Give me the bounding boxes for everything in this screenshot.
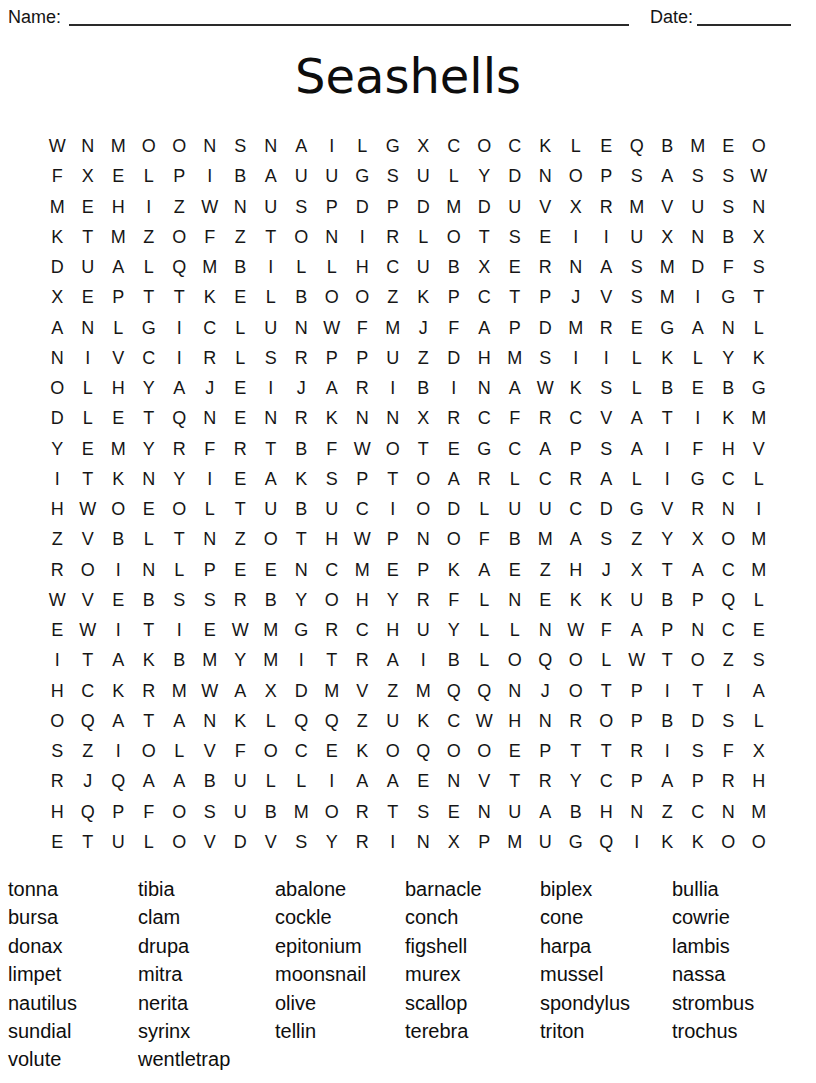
grid-cell[interactable]: R	[42, 766, 73, 796]
grid-cell[interactable]: L	[286, 252, 317, 282]
grid-cell[interactable]: O	[744, 131, 775, 161]
grid-cell[interactable]: Y	[225, 645, 256, 675]
grid-cell[interactable]: I	[683, 282, 714, 312]
grid-cell[interactable]: T	[225, 494, 256, 524]
grid-cell[interactable]: J	[195, 373, 226, 403]
grid-cell[interactable]: O	[317, 282, 348, 312]
grid-cell[interactable]: D	[500, 161, 531, 191]
grid-cell[interactable]: Q	[164, 403, 195, 433]
grid-cell[interactable]: U	[683, 192, 714, 222]
grid-cell[interactable]: O	[378, 434, 409, 464]
grid-cell[interactable]: R	[286, 343, 317, 373]
grid-cell[interactable]: A	[652, 161, 683, 191]
grid-cell[interactable]: S	[286, 827, 317, 857]
grid-cell[interactable]: E	[500, 736, 531, 766]
grid-cell[interactable]: T	[286, 524, 317, 554]
grid-cell[interactable]: G	[744, 373, 775, 403]
grid-cell[interactable]: P	[378, 524, 409, 554]
grid-cell[interactable]: W	[347, 434, 378, 464]
grid-cell[interactable]: V	[652, 494, 683, 524]
grid-cell[interactable]: Y	[164, 464, 195, 494]
grid-cell[interactable]: S	[591, 524, 622, 554]
grid-cell[interactable]: K	[652, 343, 683, 373]
grid-cell[interactable]: C	[469, 282, 500, 312]
grid-cell[interactable]: P	[622, 676, 653, 706]
grid-cell[interactable]: A	[42, 313, 73, 343]
grid-cell[interactable]: N	[622, 797, 653, 827]
grid-cell[interactable]: L	[256, 282, 287, 312]
grid-cell[interactable]: O	[164, 494, 195, 524]
grid-cell[interactable]: N	[195, 131, 226, 161]
grid-cell[interactable]: M	[408, 676, 439, 706]
grid-cell[interactable]: E	[317, 736, 348, 766]
grid-cell[interactable]: U	[622, 222, 653, 252]
grid-cell[interactable]: Q	[622, 131, 653, 161]
grid-cell[interactable]: K	[317, 403, 348, 433]
grid-cell[interactable]: Z	[42, 524, 73, 554]
grid-cell[interactable]: M	[744, 797, 775, 827]
grid-cell[interactable]: F	[713, 252, 744, 282]
grid-cell[interactable]: D	[591, 494, 622, 524]
grid-cell[interactable]: M	[500, 343, 531, 373]
grid-cell[interactable]: E	[591, 131, 622, 161]
grid-cell[interactable]: I	[622, 827, 653, 857]
grid-cell[interactable]: E	[225, 373, 256, 403]
grid-cell[interactable]: N	[713, 313, 744, 343]
grid-cell[interactable]: M	[500, 827, 531, 857]
grid-cell[interactable]: F	[439, 313, 470, 343]
grid-cell[interactable]: A	[469, 555, 500, 585]
grid-cell[interactable]: O	[317, 585, 348, 615]
grid-cell[interactable]: B	[713, 373, 744, 403]
grid-cell[interactable]: R	[347, 645, 378, 675]
grid-cell[interactable]: D	[42, 252, 73, 282]
grid-cell[interactable]: A	[164, 373, 195, 403]
grid-cell[interactable]: F	[317, 434, 348, 464]
grid-cell[interactable]: Y	[439, 615, 470, 645]
grid-cell[interactable]: C	[591, 766, 622, 796]
grid-cell[interactable]: B	[134, 585, 165, 615]
grid-cell[interactable]: J	[591, 555, 622, 585]
grid-cell[interactable]: A	[622, 615, 653, 645]
grid-cell[interactable]: M	[439, 192, 470, 222]
grid-cell[interactable]: C	[439, 131, 470, 161]
grid-cell[interactable]: C	[561, 403, 592, 433]
grid-cell[interactable]: S	[195, 797, 226, 827]
grid-cell[interactable]: L	[164, 736, 195, 766]
grid-cell[interactable]: S	[713, 161, 744, 191]
grid-cell[interactable]: U	[317, 494, 348, 524]
grid-cell[interactable]: C	[561, 494, 592, 524]
grid-cell[interactable]: O	[561, 676, 592, 706]
grid-cell[interactable]: N	[439, 766, 470, 796]
grid-cell[interactable]: N	[744, 192, 775, 222]
grid-cell[interactable]: I	[408, 645, 439, 675]
grid-cell[interactable]: O	[744, 827, 775, 857]
grid-cell[interactable]: V	[256, 827, 287, 857]
grid-cell[interactable]: D	[530, 313, 561, 343]
grid-cell[interactable]: A	[317, 373, 348, 403]
grid-cell[interactable]: L	[286, 766, 317, 796]
grid-cell[interactable]: U	[500, 797, 531, 827]
grid-cell[interactable]: I	[561, 222, 592, 252]
grid-cell[interactable]: B	[195, 766, 226, 796]
grid-cell[interactable]: H	[561, 555, 592, 585]
grid-cell[interactable]: A	[103, 645, 134, 675]
grid-cell[interactable]: A	[744, 676, 775, 706]
grid-cell[interactable]: N	[500, 585, 531, 615]
grid-cell[interactable]: R	[42, 555, 73, 585]
grid-cell[interactable]: U	[622, 585, 653, 615]
grid-cell[interactable]: B	[500, 524, 531, 554]
grid-cell[interactable]: U	[256, 313, 287, 343]
grid-cell[interactable]: K	[744, 343, 775, 373]
grid-cell[interactable]: D	[439, 343, 470, 373]
grid-cell[interactable]: S	[225, 131, 256, 161]
grid-cell[interactable]: E	[378, 555, 409, 585]
grid-cell[interactable]: M	[744, 555, 775, 585]
grid-cell[interactable]: R	[469, 464, 500, 494]
grid-cell[interactable]: X	[256, 676, 287, 706]
grid-cell[interactable]: L	[195, 494, 226, 524]
grid-cell[interactable]: H	[591, 797, 622, 827]
grid-cell[interactable]: H	[103, 373, 134, 403]
grid-cell[interactable]: R	[530, 766, 561, 796]
grid-cell[interactable]: R	[530, 403, 561, 433]
grid-cell[interactable]: E	[530, 222, 561, 252]
grid-cell[interactable]: I	[652, 736, 683, 766]
grid-cell[interactable]: R	[286, 403, 317, 433]
grid-cell[interactable]: F	[134, 797, 165, 827]
grid-cell[interactable]: R	[347, 797, 378, 827]
grid-cell[interactable]: E	[622, 313, 653, 343]
grid-cell[interactable]: S	[744, 645, 775, 675]
grid-cell[interactable]: A	[622, 403, 653, 433]
grid-cell[interactable]: Z	[73, 736, 104, 766]
grid-cell[interactable]: H	[500, 706, 531, 736]
grid-cell[interactable]: I	[347, 222, 378, 252]
grid-cell[interactable]: V	[469, 766, 500, 796]
grid-cell[interactable]: R	[683, 494, 714, 524]
grid-cell[interactable]: T	[408, 434, 439, 464]
grid-cell[interactable]: K	[713, 403, 744, 433]
grid-cell[interactable]: B	[713, 222, 744, 252]
grid-cell[interactable]: T	[134, 615, 165, 645]
grid-cell[interactable]: O	[439, 736, 470, 766]
grid-cell[interactable]: R	[225, 434, 256, 464]
grid-cell[interactable]: B	[439, 252, 470, 282]
grid-cell[interactable]: P	[164, 161, 195, 191]
grid-cell[interactable]: T	[378, 797, 409, 827]
grid-cell[interactable]: E	[439, 797, 470, 827]
grid-cell[interactable]: O	[42, 706, 73, 736]
grid-cell[interactable]: Y	[713, 343, 744, 373]
grid-cell[interactable]: O	[713, 827, 744, 857]
grid-cell[interactable]: N	[195, 706, 226, 736]
grid-cell[interactable]: R	[622, 736, 653, 766]
grid-cell[interactable]: T	[164, 524, 195, 554]
grid-cell[interactable]: T	[744, 282, 775, 312]
grid-cell[interactable]: S	[317, 464, 348, 494]
grid-cell[interactable]: P	[622, 766, 653, 796]
grid-cell[interactable]: U	[256, 192, 287, 222]
grid-cell[interactable]: A	[652, 766, 683, 796]
grid-cell[interactable]: N	[256, 131, 287, 161]
grid-cell[interactable]: Y	[317, 827, 348, 857]
grid-cell[interactable]: W	[225, 615, 256, 645]
grid-cell[interactable]: M	[103, 131, 134, 161]
grid-cell[interactable]: N	[134, 464, 165, 494]
grid-cell[interactable]: Q	[73, 797, 104, 827]
grid-cell[interactable]: E	[225, 282, 256, 312]
grid-cell[interactable]: B	[103, 524, 134, 554]
grid-cell[interactable]: C	[317, 555, 348, 585]
grid-cell[interactable]: I	[439, 373, 470, 403]
grid-cell[interactable]: R	[713, 766, 744, 796]
grid-cell[interactable]: N	[561, 252, 592, 282]
grid-cell[interactable]: M	[744, 403, 775, 433]
grid-cell[interactable]: X	[42, 282, 73, 312]
grid-cell[interactable]: D	[225, 827, 256, 857]
grid-cell[interactable]: K	[561, 585, 592, 615]
grid-cell[interactable]: L	[469, 615, 500, 645]
grid-cell[interactable]: U	[225, 797, 256, 827]
grid-cell[interactable]: M	[378, 313, 409, 343]
grid-cell[interactable]: N	[530, 161, 561, 191]
grid-cell[interactable]: T	[683, 676, 714, 706]
grid-cell[interactable]: L	[134, 827, 165, 857]
grid-cell[interactable]: I	[652, 464, 683, 494]
grid-cell[interactable]: V	[347, 676, 378, 706]
grid-cell[interactable]: U	[317, 161, 348, 191]
grid-cell[interactable]: A	[347, 766, 378, 796]
grid-cell[interactable]: Z	[652, 797, 683, 827]
grid-cell[interactable]: H	[42, 676, 73, 706]
grid-cell[interactable]: Q	[73, 706, 104, 736]
grid-cell[interactable]: B	[256, 585, 287, 615]
grid-cell[interactable]: V	[591, 282, 622, 312]
grid-cell[interactable]: P	[347, 464, 378, 494]
grid-cell[interactable]: D	[683, 252, 714, 282]
grid-cell[interactable]: A	[134, 766, 165, 796]
grid-cell[interactable]: Y	[286, 585, 317, 615]
grid-cell[interactable]: H	[42, 797, 73, 827]
grid-cell[interactable]: P	[378, 192, 409, 222]
grid-cell[interactable]: S	[622, 282, 653, 312]
grid-cell[interactable]: N	[713, 797, 744, 827]
grid-cell[interactable]: S	[256, 343, 287, 373]
grid-cell[interactable]: F	[42, 161, 73, 191]
grid-cell[interactable]: F	[469, 524, 500, 554]
grid-cell[interactable]: X	[408, 131, 439, 161]
grid-cell[interactable]: T	[500, 282, 531, 312]
grid-cell[interactable]: E	[744, 615, 775, 645]
grid-cell[interactable]: Z	[622, 524, 653, 554]
grid-cell[interactable]: N	[408, 524, 439, 554]
grid-cell[interactable]: B	[225, 161, 256, 191]
grid-cell[interactable]: M	[683, 131, 714, 161]
grid-cell[interactable]: V	[652, 192, 683, 222]
grid-cell[interactable]: U	[500, 494, 531, 524]
grid-cell[interactable]: E	[225, 464, 256, 494]
grid-cell[interactable]: P	[347, 343, 378, 373]
grid-cell[interactable]: A	[378, 766, 409, 796]
grid-cell[interactable]: E	[42, 827, 73, 857]
grid-cell[interactable]: T	[591, 676, 622, 706]
grid-cell[interactable]: I	[378, 494, 409, 524]
grid-cell[interactable]: M	[286, 797, 317, 827]
grid-cell[interactable]: R	[561, 464, 592, 494]
grid-cell[interactable]: S	[286, 192, 317, 222]
grid-cell[interactable]: P	[683, 766, 714, 796]
grid-cell[interactable]: F	[225, 736, 256, 766]
grid-cell[interactable]: E	[225, 403, 256, 433]
grid-cell[interactable]: B	[286, 434, 317, 464]
grid-cell[interactable]: Q	[408, 736, 439, 766]
grid-cell[interactable]: T	[317, 645, 348, 675]
grid-cell[interactable]: K	[530, 131, 561, 161]
grid-cell[interactable]: Q	[164, 252, 195, 282]
grid-cell[interactable]: U	[103, 827, 134, 857]
grid-cell[interactable]: L	[744, 464, 775, 494]
grid-cell[interactable]: W	[530, 373, 561, 403]
grid-cell[interactable]: I	[683, 403, 714, 433]
grid-cell[interactable]: E	[73, 282, 104, 312]
grid-cell[interactable]: T	[652, 403, 683, 433]
grid-cell[interactable]: L	[225, 343, 256, 373]
grid-cell[interactable]: L	[683, 343, 714, 373]
grid-cell[interactable]: W	[195, 676, 226, 706]
grid-cell[interactable]: N	[408, 827, 439, 857]
grid-cell[interactable]: C	[469, 403, 500, 433]
grid-cell[interactable]: R	[347, 373, 378, 403]
grid-cell[interactable]: L	[561, 131, 592, 161]
grid-cell[interactable]: O	[134, 736, 165, 766]
grid-cell[interactable]: I	[652, 434, 683, 464]
grid-cell[interactable]: F	[683, 434, 714, 464]
grid-cell[interactable]: N	[195, 524, 226, 554]
grid-cell[interactable]: X	[744, 736, 775, 766]
grid-cell[interactable]: H	[347, 252, 378, 282]
grid-cell[interactable]: N	[378, 403, 409, 433]
grid-cell[interactable]: I	[73, 343, 104, 373]
grid-cell[interactable]: Z	[530, 555, 561, 585]
grid-cell[interactable]: M	[195, 252, 226, 282]
grid-cell[interactable]: Z	[225, 524, 256, 554]
grid-cell[interactable]: L	[347, 131, 378, 161]
grid-cell[interactable]: A	[683, 313, 714, 343]
grid-cell[interactable]: K	[225, 706, 256, 736]
grid-cell[interactable]: D	[286, 676, 317, 706]
grid-cell[interactable]: O	[500, 645, 531, 675]
grid-cell[interactable]: L	[164, 555, 195, 585]
grid-cell[interactable]: O	[683, 645, 714, 675]
grid-cell[interactable]: I	[378, 827, 409, 857]
grid-cell[interactable]: W	[42, 585, 73, 615]
grid-cell[interactable]: R	[195, 343, 226, 373]
grid-cell[interactable]: L	[134, 524, 165, 554]
grid-cell[interactable]: I	[561, 343, 592, 373]
grid-cell[interactable]: W	[195, 192, 226, 222]
grid-cell[interactable]: Z	[378, 676, 409, 706]
grid-cell[interactable]: C	[347, 494, 378, 524]
grid-cell[interactable]: G	[622, 494, 653, 524]
grid-cell[interactable]: H	[713, 434, 744, 464]
grid-cell[interactable]: Z	[347, 706, 378, 736]
grid-cell[interactable]: T	[164, 282, 195, 312]
grid-cell[interactable]: L	[73, 403, 104, 433]
grid-cell[interactable]: L	[591, 645, 622, 675]
grid-cell[interactable]: P	[103, 797, 134, 827]
grid-cell[interactable]: B	[439, 645, 470, 675]
grid-cell[interactable]: F	[195, 222, 226, 252]
grid-cell[interactable]: K	[103, 464, 134, 494]
grid-cell[interactable]: V	[103, 343, 134, 373]
grid-cell[interactable]: E	[73, 192, 104, 222]
grid-cell[interactable]: K	[652, 827, 683, 857]
grid-cell[interactable]: C	[378, 252, 409, 282]
grid-cell[interactable]: G	[347, 161, 378, 191]
grid-cell[interactable]: N	[713, 494, 744, 524]
grid-cell[interactable]: I	[744, 494, 775, 524]
grid-cell[interactable]: J	[561, 282, 592, 312]
date-blank-field[interactable]	[697, 4, 791, 26]
grid-cell[interactable]: R	[378, 222, 409, 252]
grid-cell[interactable]: D	[683, 706, 714, 736]
grid-cell[interactable]: D	[439, 494, 470, 524]
grid-cell[interactable]: U	[530, 827, 561, 857]
grid-cell[interactable]: T	[500, 766, 531, 796]
grid-cell[interactable]: S	[408, 797, 439, 827]
grid-cell[interactable]: R	[225, 585, 256, 615]
grid-cell[interactable]: U	[378, 706, 409, 736]
grid-cell[interactable]: L	[622, 373, 653, 403]
grid-cell[interactable]: O	[164, 797, 195, 827]
grid-cell[interactable]: E	[103, 403, 134, 433]
grid-cell[interactable]: E	[530, 585, 561, 615]
grid-cell[interactable]: P	[683, 585, 714, 615]
grid-cell[interactable]: I	[195, 161, 226, 191]
grid-cell[interactable]: S	[530, 343, 561, 373]
grid-cell[interactable]: X	[408, 403, 439, 433]
grid-cell[interactable]: J	[530, 676, 561, 706]
grid-cell[interactable]: K	[103, 676, 134, 706]
grid-cell[interactable]: R	[347, 827, 378, 857]
grid-cell[interactable]: J	[408, 313, 439, 343]
grid-cell[interactable]: S	[683, 161, 714, 191]
grid-cell[interactable]: A	[439, 464, 470, 494]
grid-cell[interactable]: X	[469, 252, 500, 282]
name-blank-field[interactable]	[69, 4, 629, 26]
grid-cell[interactable]: K	[591, 585, 622, 615]
grid-cell[interactable]: C	[500, 434, 531, 464]
grid-cell[interactable]: M	[103, 222, 134, 252]
grid-cell[interactable]: O	[561, 645, 592, 675]
grid-cell[interactable]: B	[286, 494, 317, 524]
grid-cell[interactable]: I	[42, 464, 73, 494]
grid-cell[interactable]: V	[530, 192, 561, 222]
grid-cell[interactable]: K	[561, 373, 592, 403]
grid-cell[interactable]: P	[622, 706, 653, 736]
grid-cell[interactable]: M	[42, 192, 73, 222]
grid-cell[interactable]: K	[286, 464, 317, 494]
grid-cell[interactable]: L	[500, 615, 531, 645]
grid-cell[interactable]: S	[591, 434, 622, 464]
grid-cell[interactable]: L	[469, 494, 500, 524]
grid-cell[interactable]: B	[652, 373, 683, 403]
grid-cell[interactable]: L	[469, 585, 500, 615]
grid-cell[interactable]: E	[134, 494, 165, 524]
